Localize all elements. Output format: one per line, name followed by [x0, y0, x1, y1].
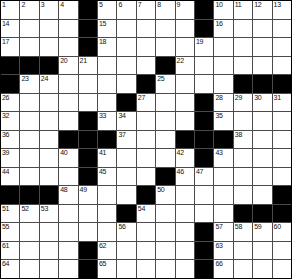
clue-number-11: 11 [235, 1, 242, 9]
black-cell-r12c14 [253, 205, 271, 223]
black-cell-r9c5 [79, 149, 97, 167]
white-cell-r10c13[interactable] [234, 168, 252, 186]
white-cell-r1c4[interactable]: 4 [59, 1, 77, 19]
black-cell-r9c11 [195, 149, 213, 167]
white-cell-r3c1[interactable]: 17 [1, 38, 19, 56]
clue-number-39: 39 [2, 149, 9, 157]
clue-number-45: 45 [99, 168, 106, 176]
clue-number-41: 41 [99, 149, 106, 157]
white-cell-r5c2[interactable]: 23 [20, 75, 38, 93]
black-cell-r15c11 [195, 260, 213, 278]
white-cell-r9c2[interactable] [20, 149, 38, 167]
white-cell-r1c1[interactable]: 1 [1, 1, 19, 19]
white-cell-r7c12[interactable]: 35 [214, 112, 232, 130]
white-cell-r7c4[interactable] [59, 112, 77, 130]
white-cell-r6c3[interactable] [40, 94, 58, 112]
white-cell-r9c9[interactable] [156, 149, 174, 167]
clue-number-48: 48 [60, 186, 67, 194]
clue-number-54: 54 [138, 205, 145, 213]
white-cell-r2c14[interactable] [253, 20, 271, 38]
white-cell-r7c1[interactable]: 32 [1, 112, 19, 130]
clue-number-29: 29 [235, 94, 242, 102]
white-cell-r15c14[interactable] [253, 260, 271, 278]
black-cell-r11c2 [20, 186, 38, 204]
white-cell-r5c4[interactable] [59, 75, 77, 93]
clue-number-60: 60 [274, 223, 281, 231]
clue-number-33: 33 [99, 112, 106, 120]
clue-number-63: 63 [215, 242, 222, 250]
white-cell-r9c8[interactable] [137, 149, 155, 167]
black-cell-r8c12 [214, 131, 232, 149]
white-cell-r6c8[interactable]: 27 [137, 94, 155, 112]
white-cell-r7c10[interactable] [176, 112, 194, 130]
clue-number-6: 6 [118, 1, 122, 9]
white-cell-r6c15[interactable]: 31 [273, 94, 291, 112]
white-cell-r15c6[interactable]: 65 [98, 260, 116, 278]
clue-number-5: 5 [99, 1, 103, 9]
clue-number-22: 22 [177, 57, 184, 65]
clue-number-31: 31 [274, 94, 281, 102]
white-cell-r6c2[interactable] [20, 94, 38, 112]
white-cell-r10c11[interactable]: 47 [195, 168, 213, 186]
white-cell-r9c14[interactable] [253, 149, 271, 167]
white-cell-r5c5[interactable] [79, 75, 97, 93]
white-cell-r2c6[interactable]: 15 [98, 20, 116, 38]
white-cell-r11c14[interactable] [253, 186, 271, 204]
clue-number-16: 16 [215, 20, 222, 28]
white-cell-r13c14[interactable]: 59 [253, 223, 271, 241]
clue-number-52: 52 [21, 205, 28, 213]
white-cell-r12c10[interactable] [176, 205, 194, 223]
white-cell-r10c1[interactable]: 44 [1, 168, 19, 186]
white-cell-r13c12[interactable]: 57 [214, 223, 232, 241]
white-cell-r4c4[interactable]: 20 [59, 57, 77, 75]
black-cell-r14c5 [79, 242, 97, 260]
clue-number-34: 34 [118, 112, 125, 120]
white-cell-r5c12[interactable] [214, 75, 232, 93]
white-cell-r11c9[interactable]: 50 [156, 186, 174, 204]
white-cell-r14c12[interactable]: 63 [214, 242, 232, 260]
white-cell-r14c7[interactable] [117, 242, 135, 260]
white-cell-r4c14[interactable] [253, 57, 271, 75]
white-cell-r13c2[interactable] [20, 223, 38, 241]
black-cell-r12c15 [273, 205, 291, 223]
white-cell-r4c13[interactable] [234, 57, 252, 75]
white-cell-r9c6[interactable]: 41 [98, 149, 116, 167]
white-cell-r13c10[interactable] [176, 223, 194, 241]
black-cell-r11c3 [40, 186, 58, 204]
black-cell-r5c13 [234, 75, 252, 93]
white-cell-r10c4[interactable] [59, 168, 77, 186]
clue-number-14: 14 [2, 20, 9, 28]
white-cell-r11c4[interactable]: 48 [59, 186, 77, 204]
black-cell-r5c8 [137, 75, 155, 93]
white-cell-r14c2[interactable] [20, 242, 38, 260]
white-cell-r5c11[interactable] [195, 75, 213, 93]
white-cell-r10c2[interactable] [20, 168, 38, 186]
white-cell-r3c10[interactable] [176, 38, 194, 56]
white-cell-r5c9[interactable]: 25 [156, 75, 174, 93]
white-cell-r4c15[interactable] [273, 57, 291, 75]
white-cell-r13c15[interactable]: 60 [273, 223, 291, 241]
white-cell-r2c7[interactable] [117, 20, 135, 38]
white-cell-r8c7[interactable]: 37 [117, 131, 135, 149]
clue-number-25: 25 [157, 75, 164, 83]
clue-number-17: 17 [2, 38, 9, 46]
clue-number-30: 30 [254, 94, 261, 102]
white-cell-r5c6[interactable] [98, 75, 116, 93]
white-cell-r3c14[interactable] [253, 38, 271, 56]
black-cell-r1c5 [79, 1, 97, 19]
white-cell-r12c4[interactable] [59, 205, 77, 223]
white-cell-r8c3[interactable] [40, 131, 58, 149]
clue-number-50: 50 [157, 186, 164, 194]
clue-number-61: 61 [2, 242, 9, 250]
white-cell-r9c1[interactable]: 39 [1, 149, 19, 167]
black-cell-r6c7 [117, 94, 135, 112]
white-cell-r15c10[interactable] [176, 260, 194, 278]
black-cell-r6c11 [195, 94, 213, 112]
white-cell-r13c5[interactable] [79, 223, 97, 241]
white-cell-r7c3[interactable] [40, 112, 58, 130]
white-cell-r11c13[interactable] [234, 186, 252, 204]
clue-number-13: 13 [274, 1, 281, 9]
black-cell-r2c5 [79, 20, 97, 38]
white-cell-r15c4[interactable] [59, 260, 77, 278]
white-cell-r7c2[interactable] [20, 112, 38, 130]
white-cell-r7c6[interactable]: 33 [98, 112, 116, 130]
clue-number-10: 10 [215, 1, 222, 9]
clue-number-57: 57 [215, 223, 222, 231]
white-cell-r8c8[interactable] [137, 131, 155, 149]
clue-number-28: 28 [215, 94, 222, 102]
clue-number-62: 62 [99, 242, 106, 250]
black-cell-r4c1 [1, 57, 19, 75]
clue-number-51: 51 [2, 205, 9, 213]
white-cell-r4c8[interactable] [137, 57, 155, 75]
black-cell-r2c11 [195, 20, 213, 38]
white-cell-r9c12[interactable]: 43 [214, 149, 232, 167]
white-cell-r2c1[interactable]: 14 [1, 20, 19, 38]
white-cell-r2c9[interactable] [156, 20, 174, 38]
white-cell-r12c11[interactable] [195, 205, 213, 223]
white-cell-r11c5[interactable]: 49 [79, 186, 97, 204]
white-cell-r1c9[interactable]: 8 [156, 1, 174, 19]
clue-number-7: 7 [138, 1, 142, 9]
white-cell-r1c10[interactable]: 9 [176, 1, 194, 19]
white-cell-r6c13[interactable]: 29 [234, 94, 252, 112]
white-cell-r1c13[interactable]: 11 [234, 1, 252, 19]
white-cell-r8c14[interactable] [253, 131, 271, 149]
clue-number-19: 19 [196, 38, 203, 46]
clue-number-40: 40 [60, 149, 67, 157]
clue-number-32: 32 [2, 112, 9, 120]
white-cell-r2c13[interactable] [234, 20, 252, 38]
white-cell-r12c12[interactable] [214, 205, 232, 223]
crossword-grid: 1234567891011121314151617181920212223242… [0, 0, 292, 279]
white-cell-r3c4[interactable] [59, 38, 77, 56]
white-cell-r11c12[interactable] [214, 186, 232, 204]
white-cell-r4c12[interactable] [214, 57, 232, 75]
clue-number-59: 59 [254, 223, 261, 231]
clue-number-23: 23 [21, 75, 28, 83]
clue-number-65: 65 [99, 260, 106, 268]
black-cell-r11c8 [137, 186, 155, 204]
white-cell-r15c8[interactable] [137, 260, 155, 278]
white-cell-r3c7[interactable] [117, 38, 135, 56]
clue-number-38: 38 [235, 131, 242, 139]
white-cell-r14c14[interactable] [253, 242, 271, 260]
clue-number-18: 18 [99, 38, 106, 46]
white-cell-r14c8[interactable] [137, 242, 155, 260]
white-cell-r5c3[interactable]: 24 [40, 75, 58, 93]
white-cell-r15c7[interactable] [117, 260, 135, 278]
white-cell-r2c15[interactable] [273, 20, 291, 38]
white-cell-r7c7[interactable]: 34 [117, 112, 135, 130]
white-cell-r15c3[interactable] [40, 260, 58, 278]
white-cell-r8c2[interactable] [20, 131, 38, 149]
clue-number-20: 20 [60, 57, 67, 65]
black-cell-r8c6 [98, 131, 116, 149]
white-cell-r5c7[interactable] [117, 75, 135, 93]
white-cell-r3c8[interactable] [137, 38, 155, 56]
white-cell-r3c2[interactable] [20, 38, 38, 56]
white-cell-r14c10[interactable] [176, 242, 194, 260]
white-cell-r8c13[interactable]: 38 [234, 131, 252, 149]
white-cell-r9c10[interactable]: 42 [176, 149, 194, 167]
white-cell-r9c15[interactable] [273, 149, 291, 167]
white-cell-r1c14[interactable]: 12 [253, 1, 271, 19]
white-cell-r7c14[interactable] [253, 112, 271, 130]
white-cell-r9c4[interactable]: 40 [59, 149, 77, 167]
clue-number-55: 55 [2, 223, 9, 231]
clue-number-42: 42 [177, 149, 184, 157]
white-cell-r12c6[interactable] [98, 205, 116, 223]
black-cell-r14c11 [195, 242, 213, 260]
white-cell-r12c1[interactable]: 51 [1, 205, 19, 223]
black-cell-r7c5 [79, 112, 97, 130]
white-cell-r1c15[interactable]: 13 [273, 1, 291, 19]
white-cell-r2c12[interactable]: 16 [214, 20, 232, 38]
clue-number-4: 4 [60, 1, 64, 9]
black-cell-r4c2 [20, 57, 38, 75]
white-cell-r15c15[interactable] [273, 260, 291, 278]
clue-number-43: 43 [215, 149, 222, 157]
white-cell-r13c6[interactable] [98, 223, 116, 241]
black-cell-r12c7 [117, 205, 135, 223]
white-cell-r5c10[interactable] [176, 75, 194, 93]
white-cell-r7c15[interactable] [273, 112, 291, 130]
white-cell-r3c15[interactable] [273, 38, 291, 56]
clue-number-44: 44 [2, 168, 9, 176]
clue-number-24: 24 [41, 75, 48, 83]
white-cell-r3c9[interactable] [156, 38, 174, 56]
white-cell-r14c3[interactable] [40, 242, 58, 260]
white-cell-r12c3[interactable]: 53 [40, 205, 58, 223]
white-cell-r1c12[interactable]: 10 [214, 1, 232, 19]
white-cell-r1c8[interactable]: 7 [137, 1, 155, 19]
white-cell-r14c9[interactable] [156, 242, 174, 260]
clue-number-37: 37 [118, 131, 125, 139]
black-cell-r5c14 [253, 75, 271, 93]
black-cell-r4c3 [40, 57, 58, 75]
white-cell-r6c14[interactable]: 30 [253, 94, 271, 112]
white-cell-r10c8[interactable] [137, 168, 155, 186]
black-cell-r10c9 [156, 168, 174, 186]
white-cell-r10c10[interactable]: 46 [176, 168, 194, 186]
black-cell-r13c11 [195, 223, 213, 241]
white-cell-r13c13[interactable]: 58 [234, 223, 252, 241]
white-cell-r11c7[interactable] [117, 186, 135, 204]
white-cell-r15c12[interactable]: 66 [214, 260, 232, 278]
black-cell-r8c4 [59, 131, 77, 149]
black-cell-r4c9 [156, 57, 174, 75]
white-cell-r3c6[interactable]: 18 [98, 38, 116, 56]
crossword-board: 1234567891011121314151617181920212223242… [0, 0, 292, 279]
clue-number-58: 58 [235, 223, 242, 231]
white-cell-r15c2[interactable] [20, 260, 38, 278]
white-cell-r13c1[interactable]: 55 [1, 223, 19, 241]
clue-number-49: 49 [80, 186, 87, 194]
white-cell-r10c15[interactable] [273, 168, 291, 186]
black-cell-r12c13 [234, 205, 252, 223]
clue-number-12: 12 [254, 1, 261, 9]
white-cell-r14c15[interactable] [273, 242, 291, 260]
clue-number-36: 36 [2, 131, 9, 139]
black-cell-r3c5 [79, 38, 97, 56]
white-cell-r6c4[interactable] [59, 94, 77, 112]
black-cell-r5c15 [273, 75, 291, 93]
black-cell-r11c15 [273, 186, 291, 204]
clue-number-46: 46 [177, 168, 184, 176]
white-cell-r6c10[interactable] [176, 94, 194, 112]
white-cell-r4c5[interactable]: 21 [79, 57, 97, 75]
white-cell-r12c5[interactable] [79, 205, 97, 223]
clue-number-27: 27 [138, 94, 145, 102]
white-cell-r2c8[interactable] [137, 20, 155, 38]
black-cell-r1c11 [195, 1, 213, 19]
white-cell-r1c7[interactable]: 6 [117, 1, 135, 19]
white-cell-r2c2[interactable] [20, 20, 38, 38]
white-cell-r14c4[interactable] [59, 242, 77, 260]
white-cell-r10c7[interactable] [117, 168, 135, 186]
white-cell-r3c12[interactable] [214, 38, 232, 56]
white-cell-r9c7[interactable] [117, 149, 135, 167]
clue-number-9: 9 [177, 1, 181, 9]
black-cell-r10c5 [79, 168, 97, 186]
white-cell-r15c9[interactable] [156, 260, 174, 278]
white-cell-r11c10[interactable] [176, 186, 194, 204]
white-cell-r4c11[interactable] [195, 57, 213, 75]
clue-number-26: 26 [2, 94, 9, 102]
white-cell-r7c13[interactable] [234, 112, 252, 130]
white-cell-r11c6[interactable] [98, 186, 116, 204]
white-cell-r12c8[interactable]: 54 [137, 205, 155, 223]
white-cell-r6c12[interactable]: 28 [214, 94, 232, 112]
white-cell-r1c2[interactable]: 2 [20, 1, 38, 19]
white-cell-r8c15[interactable] [273, 131, 291, 149]
white-cell-r10c14[interactable] [253, 168, 271, 186]
white-cell-r9c3[interactable] [40, 149, 58, 167]
white-cell-r3c11[interactable]: 19 [195, 38, 213, 56]
clue-number-3: 3 [41, 1, 45, 9]
white-cell-r13c4[interactable] [59, 223, 77, 241]
white-cell-r4c7[interactable] [117, 57, 135, 75]
white-cell-r10c3[interactable] [40, 168, 58, 186]
white-cell-r6c1[interactable]: 26 [1, 94, 19, 112]
white-cell-r8c1[interactable]: 36 [1, 131, 19, 149]
white-cell-r14c13[interactable] [234, 242, 252, 260]
white-cell-r3c13[interactable] [234, 38, 252, 56]
black-cell-r7c11 [195, 112, 213, 130]
clue-number-47: 47 [196, 168, 203, 176]
clue-number-53: 53 [41, 205, 48, 213]
black-cell-r15c5 [79, 260, 97, 278]
clue-number-1: 1 [2, 1, 6, 9]
black-cell-r8c10 [176, 131, 194, 149]
white-cell-r3c3[interactable] [40, 38, 58, 56]
white-cell-r13c3[interactable] [40, 223, 58, 241]
white-cell-r10c6[interactable]: 45 [98, 168, 116, 186]
white-cell-r7c8[interactable] [137, 112, 155, 130]
white-cell-r12c9[interactable] [156, 205, 174, 223]
white-cell-r1c6[interactable]: 5 [98, 1, 116, 19]
white-cell-r13c8[interactable] [137, 223, 155, 241]
white-cell-r11c11[interactable] [195, 186, 213, 204]
white-cell-r4c10[interactable]: 22 [176, 57, 194, 75]
white-cell-r1c3[interactable]: 3 [40, 1, 58, 19]
white-cell-r14c1[interactable]: 61 [1, 242, 19, 260]
black-cell-r8c11 [195, 131, 213, 149]
clue-number-56: 56 [118, 223, 125, 231]
white-cell-r10c12[interactable] [214, 168, 232, 186]
clue-number-35: 35 [215, 112, 222, 120]
white-cell-r2c4[interactable] [59, 20, 77, 38]
white-cell-r7c9[interactable] [156, 112, 174, 130]
white-cell-r15c1[interactable]: 64 [1, 260, 19, 278]
black-cell-r11c1 [1, 186, 19, 204]
clue-number-64: 64 [2, 260, 9, 268]
black-cell-r8c5 [79, 131, 97, 149]
clue-number-2: 2 [21, 1, 25, 9]
white-cell-r13c7[interactable]: 56 [117, 223, 135, 241]
white-cell-r6c9[interactable] [156, 94, 174, 112]
white-cell-r14c6[interactable]: 62 [98, 242, 116, 260]
white-cell-r9c13[interactable] [234, 149, 252, 167]
black-cell-r5c1 [1, 75, 19, 93]
white-cell-r13c9[interactable] [156, 223, 174, 241]
white-cell-r2c10[interactable] [176, 20, 194, 38]
clue-number-15: 15 [99, 20, 106, 28]
white-cell-r6c6[interactable] [98, 94, 116, 112]
clue-number-66: 66 [215, 260, 222, 268]
white-cell-r12c2[interactable]: 52 [20, 205, 38, 223]
clue-number-21: 21 [80, 57, 87, 65]
white-cell-r6c5[interactable] [79, 94, 97, 112]
white-cell-r2c3[interactable] [40, 20, 58, 38]
clue-number-8: 8 [157, 1, 161, 9]
white-cell-r4c6[interactable] [98, 57, 116, 75]
white-cell-r15c13[interactable] [234, 260, 252, 278]
white-cell-r8c9[interactable] [156, 131, 174, 149]
